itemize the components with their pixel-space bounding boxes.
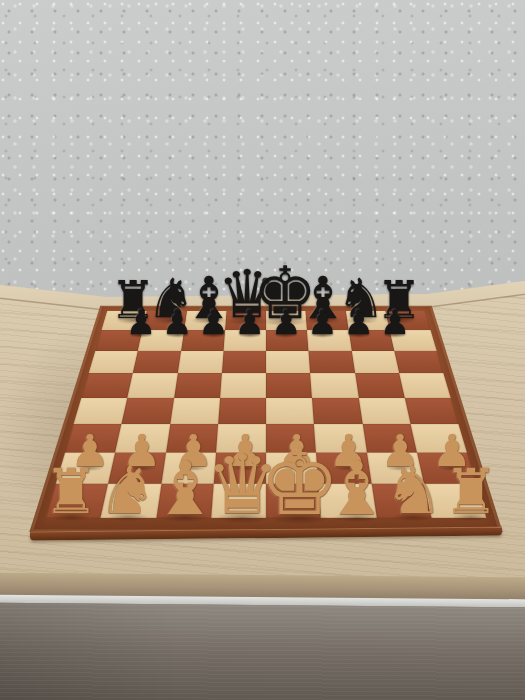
square-f4	[312, 398, 362, 424]
square-d1	[211, 484, 266, 518]
square-f8	[306, 311, 349, 330]
chess-board	[29, 306, 502, 532]
square-a2	[56, 452, 115, 483]
square-g4	[358, 398, 410, 424]
square-b6	[133, 351, 181, 373]
square-e4	[266, 398, 314, 424]
square-e5	[266, 373, 312, 397]
square-a4	[74, 398, 128, 424]
square-b4	[122, 398, 174, 424]
square-d2	[213, 452, 266, 483]
square-b2	[108, 452, 165, 483]
scene: ♜♞♝♛♚♝♞♜♟♟♟♟♟♟♟♟♟♟♟♟♟♟♟♟♜♞♝♛♚♝♞♜	[0, 0, 525, 700]
table-front	[0, 573, 525, 700]
square-d7	[223, 330, 266, 351]
square-a5	[81, 373, 133, 397]
square-d5	[220, 373, 266, 397]
square-e6	[266, 351, 310, 373]
square-c5	[174, 373, 222, 397]
square-c3	[166, 424, 218, 453]
square-g8	[345, 311, 389, 330]
square-a8	[101, 311, 146, 330]
square-h3	[410, 424, 467, 453]
square-f3	[314, 424, 366, 453]
square-f2	[316, 452, 371, 483]
square-h4	[404, 398, 458, 424]
square-b3	[115, 424, 169, 453]
square-h7	[389, 330, 436, 351]
square-c2	[161, 452, 216, 483]
square-g5	[355, 373, 405, 397]
square-c6	[177, 351, 223, 373]
square-f7	[307, 330, 351, 351]
square-g1	[371, 484, 431, 518]
square-b8	[143, 311, 187, 330]
square-a7	[95, 330, 142, 351]
stucco-wall	[0, 0, 525, 320]
square-f1	[319, 484, 377, 518]
square-e7	[266, 330, 309, 351]
square-c7	[181, 330, 225, 351]
square-h5	[399, 373, 451, 397]
square-d4	[218, 398, 266, 424]
square-g2	[366, 452, 423, 483]
square-h2	[417, 452, 476, 483]
square-e2	[266, 452, 319, 483]
square-d8	[225, 311, 266, 330]
square-h1	[424, 484, 487, 518]
square-f5	[310, 373, 358, 397]
square-g7	[348, 330, 394, 351]
square-g3	[362, 424, 416, 453]
square-h8	[385, 311, 430, 330]
square-g6	[351, 351, 399, 373]
square-a6	[89, 351, 138, 373]
square-c4	[170, 398, 220, 424]
cabinet-panel	[0, 603, 525, 700]
square-b5	[128, 373, 178, 397]
board-squares	[46, 311, 487, 518]
square-e8	[266, 311, 307, 330]
square-f6	[309, 351, 355, 373]
square-e1	[266, 484, 321, 518]
square-h6	[394, 351, 443, 373]
square-d3	[216, 424, 266, 453]
square-a1	[46, 484, 109, 518]
square-b1	[101, 484, 161, 518]
square-c8	[184, 311, 227, 330]
square-d6	[222, 351, 266, 373]
square-e3	[266, 424, 316, 453]
square-c1	[156, 484, 214, 518]
square-a3	[65, 424, 122, 453]
square-b7	[138, 330, 184, 351]
